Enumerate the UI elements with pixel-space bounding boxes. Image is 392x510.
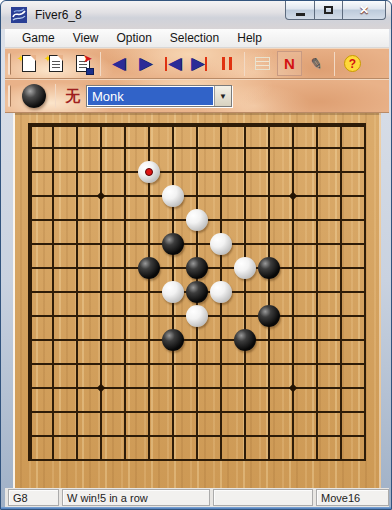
forward-icon: ▶: [139, 55, 152, 72]
white-stone-H11[interactable]: [186, 209, 208, 231]
toolbar-separator: [55, 84, 56, 108]
pause-button[interactable]: [214, 51, 239, 76]
board[interactable]: [13, 113, 381, 488]
close-button[interactable]: ✕: [342, 1, 386, 20]
menu-game[interactable]: Game: [13, 31, 64, 45]
new-game-n-button[interactable]: N: [277, 51, 302, 76]
floppy-icon: [86, 68, 94, 75]
bar-icon: [165, 57, 167, 71]
status-spare: [213, 489, 313, 506]
toolbar-main: ✦ ✦ ➤ ◀ ▶ ◀ ▶ N ✎ ?: [5, 48, 389, 79]
black-stone-H8[interactable]: [186, 281, 208, 303]
chevron-down-icon[interactable]: ▼: [214, 86, 231, 106]
open-document-icon: [49, 55, 63, 72]
bar-icon: [205, 57, 207, 71]
window-title: Fiver6_8: [35, 8, 82, 22]
n-icon: N: [284, 55, 295, 72]
open-document-button[interactable]: ✦: [43, 51, 68, 76]
menu-option[interactable]: Option: [107, 31, 160, 45]
board-view-icon: [255, 57, 270, 70]
toolbar-separator: [100, 52, 101, 76]
app-window: Fiver6_8 ✕ Game View Option Selection He…: [0, 0, 392, 510]
black-stone-K7[interactable]: [258, 305, 280, 327]
black-stone-G6[interactable]: [162, 329, 184, 351]
maximize-icon: [324, 6, 333, 14]
pen-icon: ✎: [309, 54, 325, 74]
black-stone-J6[interactable]: [234, 329, 256, 351]
annotate-pen-button[interactable]: ✎: [304, 51, 329, 76]
back-button[interactable]: ◀: [106, 51, 131, 76]
handicap-label: 无: [60, 87, 86, 106]
white-stone-H7[interactable]: [186, 305, 208, 327]
last-move-marker: [145, 168, 153, 176]
white-stone-J9[interactable]: [234, 257, 256, 279]
toolbar-player: 无 Monk ▼: [5, 79, 389, 113]
engine-select-value: Monk: [87, 86, 214, 106]
to-first-move-button[interactable]: ◀: [160, 51, 185, 76]
menu-bar: Game View Option Selection Help: [5, 29, 389, 48]
help-icon: ?: [344, 55, 361, 72]
save-arrow-icon: ➤: [84, 53, 92, 64]
new-document-icon: [22, 55, 36, 72]
black-stone-K9[interactable]: [258, 257, 280, 279]
black-stone-F9[interactable]: [138, 257, 160, 279]
to-first-icon: ◀: [168, 55, 181, 72]
pause-icon: [222, 57, 225, 70]
new-document-button[interactable]: ✦: [16, 51, 41, 76]
caption-buttons: ✕: [286, 1, 386, 20]
status-move-counter: Move16: [316, 489, 389, 506]
toolbar-gripper[interactable]: [8, 85, 11, 107]
black-stone-H9[interactable]: [186, 257, 208, 279]
menu-help[interactable]: Help: [228, 31, 271, 45]
white-stone-F13[interactable]: [138, 161, 160, 183]
black-stone-icon: [22, 84, 46, 108]
minimize-button[interactable]: [285, 1, 315, 20]
engine-select[interactable]: Monk ▼: [86, 85, 232, 107]
black-stone-G10[interactable]: [162, 233, 184, 255]
minimize-icon: [296, 13, 305, 16]
close-icon: ✕: [359, 3, 369, 17]
toolbar-separator: [244, 52, 245, 76]
white-stone-I10[interactable]: [210, 233, 232, 255]
status-coord: G8: [8, 489, 59, 506]
help-button[interactable]: ?: [340, 51, 365, 76]
to-last-move-button[interactable]: ▶: [187, 51, 212, 76]
status-bar: G8 W win!5 in a row Move16: [5, 488, 389, 507]
toolbar-gripper[interactable]: [8, 53, 11, 75]
back-icon: ◀: [112, 55, 125, 72]
white-stone-G8[interactable]: [162, 281, 184, 303]
board-view-button-disabled[interactable]: [250, 51, 275, 76]
white-stone-I8[interactable]: [210, 281, 232, 303]
menu-view[interactable]: View: [64, 31, 108, 45]
app-icon: [11, 7, 27, 23]
player-stone-button[interactable]: [17, 82, 51, 110]
pause-icon: [229, 57, 232, 70]
to-last-icon: ▶: [191, 55, 204, 72]
status-message: W win!5 in a row: [62, 489, 210, 506]
menu-selection[interactable]: Selection: [161, 31, 228, 45]
forward-button[interactable]: ▶: [133, 51, 158, 76]
maximize-button[interactable]: [314, 1, 343, 20]
toolbar-separator: [334, 52, 335, 76]
white-stone-G12[interactable]: [162, 185, 184, 207]
title-bar: Fiver6_8 ✕: [1, 1, 391, 29]
save-document-button[interactable]: ➤: [70, 51, 95, 76]
